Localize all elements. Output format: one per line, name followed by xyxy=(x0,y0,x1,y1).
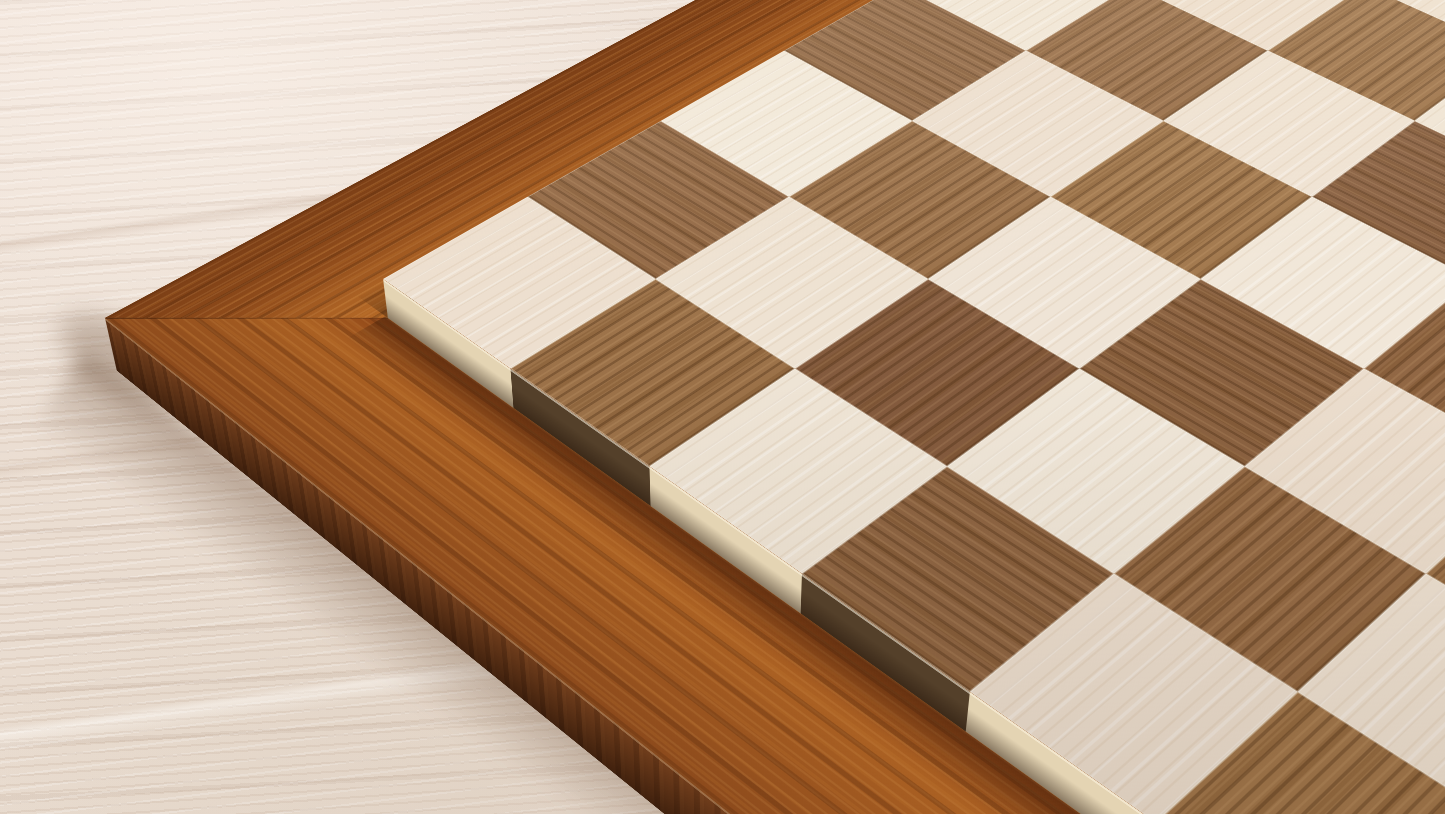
photo-scene xyxy=(0,0,1445,814)
chess-board xyxy=(105,0,1445,814)
perspective-scene xyxy=(0,0,1445,814)
